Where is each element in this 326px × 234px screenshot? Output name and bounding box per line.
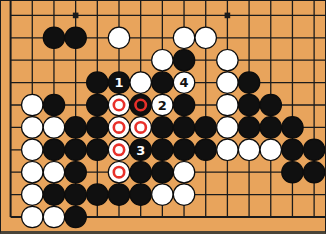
- black-stone: [65, 27, 86, 48]
- white-stone: [152, 50, 173, 71]
- white-stone: [173, 162, 194, 183]
- black-stone: [152, 72, 173, 93]
- move-number-label: 1: [114, 75, 123, 90]
- move-number-label: 3: [136, 143, 145, 158]
- black-stone: [238, 72, 259, 93]
- white-stone: [217, 50, 238, 71]
- white-stone: [217, 94, 238, 115]
- black-stone: [130, 94, 151, 115]
- white-stone: [22, 206, 43, 227]
- black-stone: [43, 139, 64, 160]
- black-stone: [173, 94, 194, 115]
- move-number-label: 2: [158, 98, 167, 113]
- black-stone: [152, 117, 173, 138]
- black-stone: [87, 72, 108, 93]
- white-stone: [130, 117, 151, 138]
- black-stone: [303, 139, 324, 160]
- white-stone: [22, 117, 43, 138]
- white-stone: [108, 27, 129, 48]
- board-svg: 1234: [1, 1, 325, 231]
- black-stone: [130, 162, 151, 183]
- star-point: [225, 13, 231, 19]
- black-stone: [282, 139, 303, 160]
- black-stone: [87, 139, 108, 160]
- black-stone: [65, 206, 86, 227]
- white-stone: [108, 162, 129, 183]
- black-stone: [303, 162, 324, 183]
- white-stone: [238, 139, 259, 160]
- white-stone: [22, 139, 43, 160]
- white-stone: [43, 117, 64, 138]
- white-stone: [43, 206, 64, 227]
- black-stone: [65, 117, 86, 138]
- white-stone: [152, 184, 173, 205]
- black-stone: [195, 117, 216, 138]
- white-stone: [108, 139, 129, 160]
- black-stone: [87, 184, 108, 205]
- black-stone: [195, 139, 216, 160]
- black-stone: [152, 139, 173, 160]
- white-stone: [130, 72, 151, 93]
- white-stone: [43, 162, 64, 183]
- black-stone: [65, 139, 86, 160]
- black-stone: [130, 184, 151, 205]
- white-stone: [217, 117, 238, 138]
- white-stone: [173, 184, 194, 205]
- black-stone: [65, 184, 86, 205]
- go-board-diagram[interactable]: 1234: [0, 0, 326, 234]
- black-stone: [108, 184, 129, 205]
- white-stone: [217, 72, 238, 93]
- white-stone: [217, 139, 238, 160]
- white-stone: [173, 27, 194, 48]
- move-number-label: 4: [180, 75, 189, 90]
- black-stone: [260, 94, 281, 115]
- black-stone: [173, 117, 194, 138]
- black-stone: [43, 94, 64, 115]
- black-stone: [65, 162, 86, 183]
- black-stone: [238, 94, 259, 115]
- white-stone: [22, 184, 43, 205]
- black-stone: [43, 184, 64, 205]
- black-stone: [260, 117, 281, 138]
- black-stone: [173, 50, 194, 71]
- white-stone: [22, 94, 43, 115]
- star-point: [73, 13, 79, 19]
- black-stone: [238, 117, 259, 138]
- white-stone: [108, 94, 129, 115]
- black-stone: [173, 139, 194, 160]
- black-stone: [152, 162, 173, 183]
- black-stone: [43, 27, 64, 48]
- white-stone: [195, 27, 216, 48]
- white-stone: [108, 117, 129, 138]
- black-stone: [282, 117, 303, 138]
- black-stone: [87, 94, 108, 115]
- black-stone: [282, 162, 303, 183]
- black-stone: [87, 117, 108, 138]
- white-stone: [260, 139, 281, 160]
- white-stone: [22, 162, 43, 183]
